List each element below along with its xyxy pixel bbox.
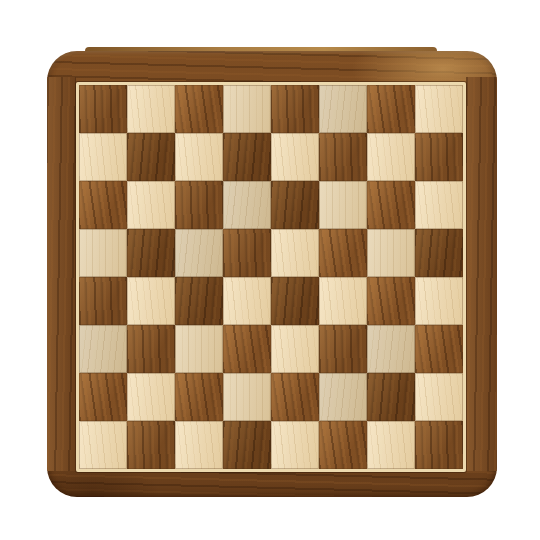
frame-right-rail (466, 77, 497, 471)
square-h5[interactable] (415, 229, 463, 277)
square-d8[interactable] (223, 85, 271, 133)
square-f8[interactable] (319, 85, 367, 133)
square-h4[interactable] (415, 277, 463, 325)
square-h7[interactable] (415, 133, 463, 181)
frame-left-rail (47, 77, 76, 471)
square-b4[interactable] (127, 277, 175, 325)
square-e4[interactable] (271, 277, 319, 325)
square-d7[interactable] (223, 133, 271, 181)
square-f1[interactable] (319, 421, 367, 469)
square-d2[interactable] (223, 373, 271, 421)
square-d3[interactable] (223, 325, 271, 373)
square-b6[interactable] (127, 181, 175, 229)
square-c3[interactable] (175, 325, 223, 373)
square-c2[interactable] (175, 373, 223, 421)
square-b1[interactable] (127, 421, 175, 469)
square-a2[interactable] (79, 373, 127, 421)
square-c5[interactable] (175, 229, 223, 277)
square-g7[interactable] (367, 133, 415, 181)
square-e2[interactable] (271, 373, 319, 421)
square-a6[interactable] (79, 181, 127, 229)
square-c8[interactable] (175, 85, 223, 133)
square-c4[interactable] (175, 277, 223, 325)
square-e3[interactable] (271, 325, 319, 373)
square-b5[interactable] (127, 229, 175, 277)
square-h8[interactable] (415, 85, 463, 133)
square-g6[interactable] (367, 181, 415, 229)
square-g1[interactable] (367, 421, 415, 469)
square-g3[interactable] (367, 325, 415, 373)
square-f7[interactable] (319, 133, 367, 181)
square-a4[interactable] (79, 277, 127, 325)
square-a5[interactable] (79, 229, 127, 277)
square-f4[interactable] (319, 277, 367, 325)
squares-grid (79, 85, 463, 469)
square-b7[interactable] (127, 133, 175, 181)
square-d5[interactable] (223, 229, 271, 277)
square-g4[interactable] (367, 277, 415, 325)
square-c1[interactable] (175, 421, 223, 469)
square-h6[interactable] (415, 181, 463, 229)
chess-board (47, 51, 497, 497)
square-b2[interactable] (127, 373, 175, 421)
square-e6[interactable] (271, 181, 319, 229)
square-f3[interactable] (319, 325, 367, 373)
square-d6[interactable] (223, 181, 271, 229)
square-a8[interactable] (79, 85, 127, 133)
product-photo-background (0, 0, 540, 540)
square-c7[interactable] (175, 133, 223, 181)
square-e1[interactable] (271, 421, 319, 469)
square-f6[interactable] (319, 181, 367, 229)
square-h3[interactable] (415, 325, 463, 373)
square-f5[interactable] (319, 229, 367, 277)
square-g5[interactable] (367, 229, 415, 277)
square-e8[interactable] (271, 85, 319, 133)
square-b8[interactable] (127, 85, 175, 133)
square-d1[interactable] (223, 421, 271, 469)
square-c6[interactable] (175, 181, 223, 229)
square-h2[interactable] (415, 373, 463, 421)
square-e7[interactable] (271, 133, 319, 181)
square-a1[interactable] (79, 421, 127, 469)
square-b3[interactable] (127, 325, 175, 373)
square-g2[interactable] (367, 373, 415, 421)
square-d4[interactable] (223, 277, 271, 325)
square-f2[interactable] (319, 373, 367, 421)
square-h1[interactable] (415, 421, 463, 469)
square-a7[interactable] (79, 133, 127, 181)
square-g8[interactable] (367, 85, 415, 133)
square-a3[interactable] (79, 325, 127, 373)
square-e5[interactable] (271, 229, 319, 277)
